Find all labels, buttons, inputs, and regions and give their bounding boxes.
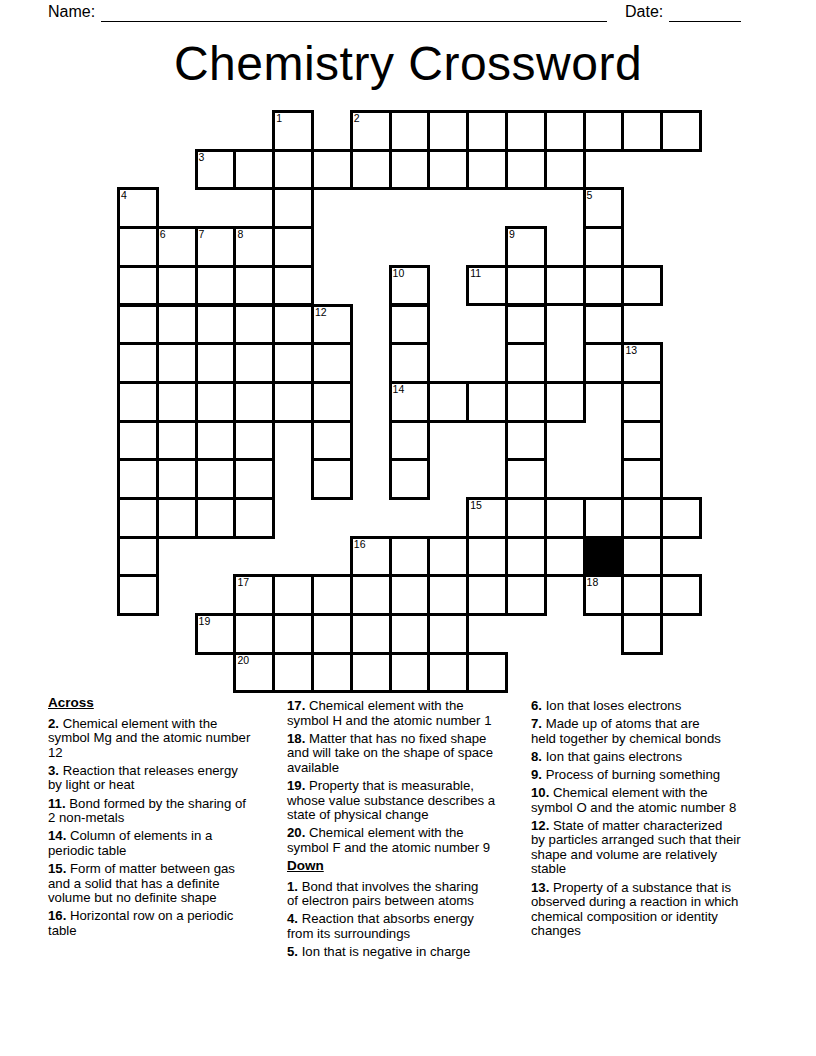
clues-across-heading: Across xyxy=(48,696,280,711)
grid-cell[interactable] xyxy=(117,304,159,346)
grid-cell[interactable] xyxy=(272,613,314,655)
name-blank-line[interactable] xyxy=(101,0,607,22)
grid-cell[interactable] xyxy=(389,458,431,500)
clue-down-12: 12. State of matter characterized by par… xyxy=(531,819,783,877)
grid-cell[interactable] xyxy=(389,574,431,616)
grid-cell[interactable] xyxy=(156,381,198,423)
clue-number: 2 xyxy=(354,113,360,124)
clue-across-19: 19. Property that is measurable, whose v… xyxy=(287,779,539,823)
clue-number: 13 xyxy=(625,345,637,356)
grid-cell[interactable] xyxy=(311,613,353,655)
date-blank-line[interactable] xyxy=(669,0,741,22)
page-title: Chemistry Crossword xyxy=(0,36,816,91)
grid-cell[interactable] xyxy=(117,497,159,539)
clue-number: 16 xyxy=(354,539,366,550)
black-cell xyxy=(583,536,625,578)
grid-cell[interactable] xyxy=(544,381,586,423)
grid-cell[interactable] xyxy=(272,342,314,384)
grid-cell[interactable] xyxy=(389,613,431,655)
clue-number: 19 xyxy=(199,616,211,627)
grid-cell[interactable] xyxy=(311,381,353,423)
grid-cell[interactable] xyxy=(583,304,625,346)
grid-cell[interactable] xyxy=(311,574,353,616)
grid-cell[interactable] xyxy=(466,149,508,191)
grid-cell[interactable] xyxy=(195,497,237,539)
grid-cell[interactable] xyxy=(195,304,237,346)
grid-cell[interactable] xyxy=(117,342,159,384)
clue-number: 9 xyxy=(509,229,515,240)
clue-across-14: 14. Column of elements in a periodic tab… xyxy=(48,829,280,858)
grid-cell[interactable] xyxy=(621,613,663,655)
grid-cell[interactable] xyxy=(389,304,431,346)
grid-cell[interactable] xyxy=(505,265,547,307)
grid-cell[interactable] xyxy=(272,226,314,268)
grid-cell[interactable] xyxy=(272,187,314,229)
grid-cell[interactable] xyxy=(583,226,625,268)
grid-cell[interactable] xyxy=(156,265,198,307)
grid-cell[interactable] xyxy=(272,304,314,346)
grid-cell[interactable] xyxy=(660,497,702,539)
grid-cell[interactable] xyxy=(427,613,469,655)
grid-cell[interactable] xyxy=(505,420,547,462)
grid-cell[interactable] xyxy=(389,536,431,578)
grid-cell[interactable] xyxy=(505,110,547,152)
grid-cell[interactable] xyxy=(272,574,314,616)
grid-cell[interactable] xyxy=(466,381,508,423)
clue-across-3: 3. Reaction that releases energy by ligh… xyxy=(48,764,280,793)
grid-cell[interactable] xyxy=(117,420,159,462)
clue-down-7: 7. Made up of atoms that are held togeth… xyxy=(531,717,783,746)
grid-cell[interactable] xyxy=(583,342,625,384)
grid-cell[interactable] xyxy=(621,420,663,462)
clues-down-heading: Down xyxy=(287,859,539,874)
grid-cell[interactable] xyxy=(195,342,237,384)
grid-cell[interactable] xyxy=(233,265,275,307)
grid-cell[interactable] xyxy=(195,265,237,307)
grid-cell[interactable] xyxy=(272,149,314,191)
clue-number: 11 xyxy=(470,268,481,279)
grid-cell[interactable] xyxy=(621,497,663,539)
grid-cell[interactable] xyxy=(427,149,469,191)
clue-column-3: 6. Ion that loses electrons7. Made up of… xyxy=(531,699,783,942)
clue-number: 15 xyxy=(470,500,482,511)
clue-down-10: 10. Chemical element with the symbol O a… xyxy=(531,786,783,815)
grid-cell[interactable] xyxy=(156,342,198,384)
clue-down-6: 6. Ion that loses electrons xyxy=(531,699,783,714)
grid-cell[interactable] xyxy=(660,110,702,152)
clue-number: 5 xyxy=(587,190,593,201)
grid-cell[interactable] xyxy=(233,304,275,346)
clue-number: 8 xyxy=(237,229,243,240)
grid-cell[interactable] xyxy=(466,536,508,578)
grid-cell[interactable] xyxy=(117,536,159,578)
grid-cell[interactable] xyxy=(621,265,663,307)
grid-cell[interactable] xyxy=(544,536,586,578)
clue-across-18: 18. Matter that has no fixed shape and w… xyxy=(287,732,539,776)
clue-number: 10 xyxy=(393,268,405,279)
clue-down-9: 9. Process of burning something xyxy=(531,768,783,783)
grid-cell[interactable] xyxy=(311,652,353,694)
grid-cell[interactable] xyxy=(350,574,392,616)
grid-cell[interactable] xyxy=(505,149,547,191)
grid-cell[interactable] xyxy=(660,574,702,616)
clue-across-20: 20. Chemical element with the symbol F a… xyxy=(287,826,539,855)
grid-cell[interactable] xyxy=(233,149,275,191)
clue-across-15: 15. Form of matter between gas and a sol… xyxy=(48,862,280,906)
grid-cell[interactable] xyxy=(505,536,547,578)
clue-number: 4 xyxy=(121,190,127,201)
grid-cell[interactable] xyxy=(505,574,547,616)
grid-cell[interactable] xyxy=(156,420,198,462)
grid-cell[interactable] xyxy=(311,420,353,462)
grid-cell[interactable] xyxy=(621,458,663,500)
grid-cell[interactable] xyxy=(583,265,625,307)
clue-number: 3 xyxy=(199,152,205,163)
grid-cell[interactable] xyxy=(505,497,547,539)
grid-cell[interactable] xyxy=(389,420,431,462)
grid-cell[interactable] xyxy=(117,265,159,307)
clue-column-1: Across2. Chemical element with the symbo… xyxy=(48,696,280,942)
clue-across-16: 16. Horizontal row on a periodic table xyxy=(48,909,280,938)
clue-down-5: 5. Ion that is negative in charge xyxy=(287,945,539,960)
crossword-grid: 1234567891011121314151617181920 xyxy=(117,110,702,694)
date-label: Date: xyxy=(625,3,663,21)
grid-cell[interactable] xyxy=(156,304,198,346)
grid-cell[interactable] xyxy=(427,652,469,694)
grid-cell[interactable] xyxy=(466,652,508,694)
clue-number: 12 xyxy=(315,307,327,318)
name-label: Name: xyxy=(48,3,95,21)
grid-cell[interactable] xyxy=(233,420,275,462)
grid-cell[interactable] xyxy=(544,149,586,191)
grid-cell[interactable] xyxy=(505,304,547,346)
grid-cell[interactable] xyxy=(389,652,431,694)
grid-cell[interactable] xyxy=(233,381,275,423)
grid-cell[interactable] xyxy=(272,652,314,694)
clue-number: 6 xyxy=(160,229,166,240)
grid-cell[interactable] xyxy=(505,381,547,423)
grid-cell[interactable] xyxy=(117,458,159,500)
grid-cell[interactable] xyxy=(117,574,159,616)
grid-cell[interactable] xyxy=(389,110,431,152)
grid-cell[interactable] xyxy=(311,458,353,500)
clue-number: 7 xyxy=(199,229,205,240)
clue-across-17: 17. Chemical element with the symbol H a… xyxy=(287,699,539,728)
grid-cell[interactable] xyxy=(272,265,314,307)
clue-number: 20 xyxy=(237,655,249,666)
grid-cell[interactable] xyxy=(311,342,353,384)
grid-cell[interactable] xyxy=(233,342,275,384)
clue-across-11: 11. Bond formed by the sharing of 2 non-… xyxy=(48,797,280,826)
grid-cell[interactable] xyxy=(505,342,547,384)
grid-cell[interactable] xyxy=(621,536,663,578)
grid-cell[interactable] xyxy=(389,342,431,384)
grid-cell[interactable] xyxy=(156,458,198,500)
grid-cell[interactable] xyxy=(621,574,663,616)
grid-cell[interactable] xyxy=(466,574,508,616)
clue-down-8: 8. Ion that gains electrons xyxy=(531,750,783,765)
clue-down-4: 4. Reaction that absorbs energy from its… xyxy=(287,912,539,941)
clue-across-2: 2. Chemical element with the symbol Mg a… xyxy=(48,717,280,761)
grid-cell[interactable] xyxy=(195,420,237,462)
grid-cell[interactable] xyxy=(427,574,469,616)
grid-cell[interactable] xyxy=(233,458,275,500)
clue-number: 1 xyxy=(276,113,282,124)
grid-cell[interactable] xyxy=(544,110,586,152)
grid-cell[interactable] xyxy=(233,497,275,539)
grid-cell[interactable] xyxy=(350,652,392,694)
clue-number: 14 xyxy=(393,384,405,395)
clue-number: 18 xyxy=(587,577,599,588)
clue-number: 17 xyxy=(237,577,249,588)
grid-cell[interactable] xyxy=(117,381,159,423)
grid-cell[interactable] xyxy=(272,381,314,423)
clue-down-1: 1. Bond that involves the sharing of ele… xyxy=(287,880,539,909)
grid-cell[interactable] xyxy=(117,226,159,268)
grid-cell[interactable] xyxy=(311,149,353,191)
grid-cell[interactable] xyxy=(466,110,508,152)
grid-cell[interactable] xyxy=(350,149,392,191)
grid-cell[interactable] xyxy=(544,265,586,307)
grid-cell[interactable] xyxy=(621,381,663,423)
grid-cell[interactable] xyxy=(350,613,392,655)
grid-cell[interactable] xyxy=(544,497,586,539)
grid-cell[interactable] xyxy=(427,381,469,423)
grid-cell[interactable] xyxy=(427,536,469,578)
clue-down-13: 13. Property of a substance that is obse… xyxy=(531,881,783,939)
grid-cell[interactable] xyxy=(583,497,625,539)
grid-cell[interactable] xyxy=(156,497,198,539)
crossword-worksheet: Name: Date: Chemistry Crossword 12345678… xyxy=(0,0,816,1056)
grid-cell[interactable] xyxy=(195,458,237,500)
grid-cell[interactable] xyxy=(621,110,663,152)
grid-cell[interactable] xyxy=(583,110,625,152)
grid-cell[interactable] xyxy=(505,458,547,500)
grid-cell[interactable] xyxy=(233,613,275,655)
grid-cell[interactable] xyxy=(389,149,431,191)
clue-column-2: 17. Chemical element with the symbol H a… xyxy=(287,699,539,963)
grid-cell[interactable] xyxy=(427,110,469,152)
grid-cell[interactable] xyxy=(195,381,237,423)
